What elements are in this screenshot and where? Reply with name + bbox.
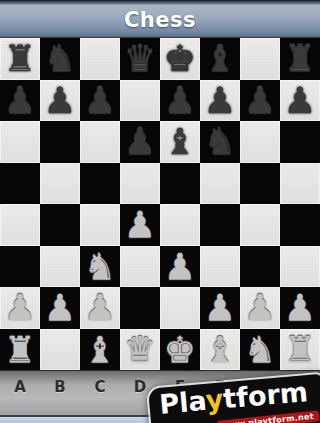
white-bishop[interactable]: ♝	[84, 329, 116, 370]
square-e7[interactable]: ♟	[160, 80, 200, 122]
square-a3[interactable]	[0, 246, 40, 288]
square-e8[interactable]: ♚	[160, 38, 200, 80]
square-h3[interactable]	[280, 246, 320, 288]
square-e6[interactable]: ♝	[160, 121, 200, 163]
square-d6[interactable]: ♟	[120, 121, 160, 163]
square-g6[interactable]	[240, 121, 280, 163]
black-pawn[interactable]: ♟	[4, 80, 36, 121]
square-f8[interactable]: ♝	[200, 38, 240, 80]
black-bishop[interactable]: ♝	[204, 38, 236, 79]
white-pawn[interactable]: ♟	[164, 246, 196, 287]
black-knight[interactable]: ♞	[44, 38, 76, 79]
square-f3[interactable]	[200, 246, 240, 288]
black-pawn[interactable]: ♟	[84, 80, 116, 121]
file-label-a: A	[0, 378, 40, 396]
square-e5[interactable]	[160, 163, 200, 205]
square-c4[interactable]	[80, 204, 120, 246]
square-b5[interactable]	[40, 163, 80, 205]
square-h2[interactable]: ♟	[280, 287, 320, 329]
square-f1[interactable]: ♝	[200, 329, 240, 371]
square-h8[interactable]: ♜	[280, 38, 320, 80]
square-a7[interactable]: ♟	[0, 80, 40, 122]
square-g2[interactable]: ♟	[240, 287, 280, 329]
square-a8[interactable]: ♜	[0, 38, 40, 80]
square-e4[interactable]	[160, 204, 200, 246]
white-rook[interactable]: ♜	[4, 329, 36, 370]
square-g5[interactable]	[240, 163, 280, 205]
white-pawn[interactable]: ♟	[84, 287, 116, 328]
square-e2[interactable]	[160, 287, 200, 329]
square-a1[interactable]: ♜	[0, 329, 40, 371]
black-bishop[interactable]: ♝	[164, 121, 196, 162]
square-c3[interactable]: ♞	[80, 246, 120, 288]
square-d7[interactable]	[120, 80, 160, 122]
black-pawn[interactable]: ♟	[204, 80, 236, 121]
black-rook[interactable]: ♜	[284, 38, 316, 79]
square-b7[interactable]: ♟	[40, 80, 80, 122]
white-pawn[interactable]: ♟	[44, 287, 76, 328]
black-pawn[interactable]: ♟	[124, 121, 156, 162]
square-b1[interactable]	[40, 329, 80, 371]
square-h1[interactable]: ♜	[280, 329, 320, 371]
black-pawn[interactable]: ♟	[244, 80, 276, 121]
square-d5[interactable]	[120, 163, 160, 205]
square-h4[interactable]	[280, 204, 320, 246]
square-c6[interactable]	[80, 121, 120, 163]
square-b8[interactable]: ♞	[40, 38, 80, 80]
square-d3[interactable]	[120, 246, 160, 288]
square-c8[interactable]	[80, 38, 120, 80]
black-pawn[interactable]: ♟	[164, 80, 196, 121]
black-king[interactable]: ♚	[164, 38, 196, 79]
square-b3[interactable]	[40, 246, 80, 288]
black-knight[interactable]: ♞	[204, 121, 236, 162]
black-pawn[interactable]: ♟	[44, 80, 76, 121]
white-pawn[interactable]: ♟	[4, 287, 36, 328]
white-rook[interactable]: ♜	[284, 329, 316, 370]
white-pawn[interactable]: ♟	[204, 287, 236, 328]
square-f4[interactable]	[200, 204, 240, 246]
white-pawn[interactable]: ♟	[284, 287, 316, 328]
square-a5[interactable]	[0, 163, 40, 205]
square-g3[interactable]	[240, 246, 280, 288]
square-g8[interactable]	[240, 38, 280, 80]
chess-app-window: Chess ♜♞♛♚♝♜♟♟♟♟♟♟♟♟♝♞♟♞♟♟♟♟♟♟♟♜♝♛♚♝♞♜ A…	[0, 0, 320, 423]
square-a6[interactable]	[0, 121, 40, 163]
black-pawn[interactable]: ♟	[284, 80, 316, 121]
black-queen[interactable]: ♛	[124, 38, 156, 79]
white-knight[interactable]: ♞	[84, 246, 116, 287]
square-c7[interactable]: ♟	[80, 80, 120, 122]
square-b6[interactable]	[40, 121, 80, 163]
square-d8[interactable]: ♛	[120, 38, 160, 80]
square-c5[interactable]	[80, 163, 120, 205]
square-a4[interactable]	[0, 204, 40, 246]
square-g7[interactable]: ♟	[240, 80, 280, 122]
square-e1[interactable]: ♚	[160, 329, 200, 371]
black-rook[interactable]: ♜	[4, 38, 36, 79]
square-d2[interactable]	[120, 287, 160, 329]
square-h5[interactable]	[280, 163, 320, 205]
square-d1[interactable]: ♛	[120, 329, 160, 371]
white-king[interactable]: ♚	[164, 329, 196, 370]
square-d4[interactable]: ♟	[120, 204, 160, 246]
white-pawn[interactable]: ♟	[244, 287, 276, 328]
square-f6[interactable]: ♞	[200, 121, 240, 163]
white-pawn[interactable]: ♟	[124, 204, 156, 245]
square-f5[interactable]	[200, 163, 240, 205]
square-e3[interactable]: ♟	[160, 246, 200, 288]
square-c2[interactable]: ♟	[80, 287, 120, 329]
square-g4[interactable]	[240, 204, 280, 246]
square-g1[interactable]: ♞	[240, 329, 280, 371]
white-queen[interactable]: ♛	[124, 329, 156, 370]
title-bar: Chess	[0, 0, 320, 38]
square-b2[interactable]: ♟	[40, 287, 80, 329]
square-b4[interactable]	[40, 204, 80, 246]
page-title: Chess	[124, 8, 196, 32]
square-f7[interactable]: ♟	[200, 80, 240, 122]
white-knight[interactable]: ♞	[244, 329, 276, 370]
white-bishop[interactable]: ♝	[204, 329, 236, 370]
square-h7[interactable]: ♟	[280, 80, 320, 122]
file-label-c: C	[80, 378, 120, 396]
board: ♜♞♛♚♝♜♟♟♟♟♟♟♟♟♝♞♟♞♟♟♟♟♟♟♟♜♝♛♚♝♞♜	[0, 38, 320, 370]
square-c1[interactable]: ♝	[80, 329, 120, 371]
square-h6[interactable]	[280, 121, 320, 163]
file-label-b: B	[40, 378, 80, 396]
square-a2[interactable]: ♟	[0, 287, 40, 329]
square-f2[interactable]: ♟	[200, 287, 240, 329]
